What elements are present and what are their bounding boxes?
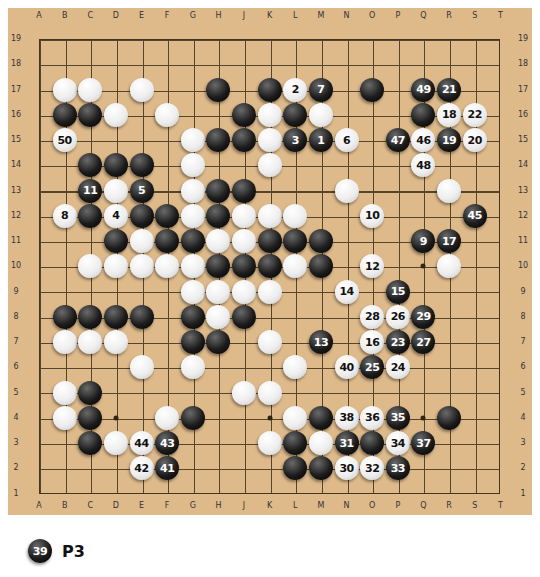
stone-O17 (360, 78, 384, 102)
row-label-right: 3 (520, 439, 525, 447)
column-label-top: E (139, 12, 144, 20)
stone-M11 (309, 229, 333, 253)
stone-G11 (181, 229, 205, 253)
stone-R17: 21 (437, 78, 461, 102)
row-label-right: 15 (518, 136, 528, 144)
column-label-top: S (472, 12, 477, 20)
stone-M3 (309, 431, 333, 455)
stone-E13: 5 (130, 179, 154, 203)
row-label-right: 11 (518, 237, 528, 245)
row-label-left: 14 (11, 161, 21, 169)
stone-O3 (360, 431, 384, 455)
stone-G13 (181, 179, 205, 203)
stone-K14 (258, 153, 282, 177)
stone-H10 (206, 254, 230, 278)
row-label-left: 10 (11, 262, 21, 270)
caption-move-number: 39 (33, 545, 47, 558)
stone-K17 (258, 78, 282, 102)
stone-J5 (232, 381, 256, 405)
stone-N4: 38 (335, 406, 359, 430)
stone-O6: 25 (360, 355, 384, 379)
column-label-bottom: F (165, 502, 170, 510)
column-label-bottom: A (36, 502, 41, 510)
stone-O2: 32 (360, 456, 384, 480)
stone-K15 (258, 128, 282, 152)
row-label-right: 6 (520, 363, 525, 371)
stone-C4 (78, 406, 102, 430)
stone-O7: 16 (360, 330, 384, 354)
stone-B16 (53, 103, 77, 127)
row-label-right: 7 (520, 338, 525, 346)
stone-G14 (181, 153, 205, 177)
stone-G6 (181, 355, 205, 379)
stone-K12 (258, 204, 282, 228)
stone-L3 (283, 431, 307, 455)
column-label-top: L (293, 12, 297, 20)
stone-G7 (181, 330, 205, 354)
column-label-bottom: Q (420, 502, 426, 510)
row-label-right: 10 (518, 262, 528, 270)
row-label-right: 12 (518, 212, 528, 220)
stone-S12: 45 (463, 204, 487, 228)
stone-H15 (206, 128, 230, 152)
column-label-top: Q (420, 12, 426, 20)
row-label-left: 6 (13, 363, 18, 371)
stone-N2: 30 (335, 456, 359, 480)
stone-G9 (181, 280, 205, 304)
column-label-top: P (395, 12, 400, 20)
column-label-bottom: D (113, 502, 119, 510)
stone-D11 (104, 229, 128, 253)
stone-K9 (258, 280, 282, 304)
row-label-left: 7 (13, 338, 18, 346)
stone-E12 (130, 204, 154, 228)
stone-B4 (53, 406, 77, 430)
row-label-left: 9 (13, 288, 18, 296)
stone-G12 (181, 204, 205, 228)
column-label-top: O (369, 12, 375, 20)
stone-H8 (206, 305, 230, 329)
stone-C13: 11 (78, 179, 102, 203)
stone-L6 (283, 355, 307, 379)
row-label-left: 4 (13, 414, 18, 422)
column-label-bottom: H (215, 502, 221, 510)
column-label-bottom: S (472, 502, 477, 510)
column-label-top: D (113, 12, 119, 20)
caption-move-stone: 39 (28, 539, 52, 563)
row-label-left: 17 (11, 86, 21, 94)
stone-B8 (53, 305, 77, 329)
stone-F3: 43 (155, 431, 179, 455)
stone-J11 (232, 229, 256, 253)
stone-C5 (78, 381, 102, 405)
stone-G4 (181, 406, 205, 430)
column-label-top: A (36, 12, 41, 20)
stone-J10 (232, 254, 256, 278)
stone-S16: 22 (463, 103, 487, 127)
stone-D8 (104, 305, 128, 329)
row-label-right: 8 (520, 313, 525, 321)
stone-P2: 33 (386, 456, 410, 480)
stone-M17: 7 (309, 78, 333, 102)
stone-J13 (232, 179, 256, 203)
stone-L4 (283, 406, 307, 430)
row-label-right: 17 (518, 86, 528, 94)
stone-D7 (104, 330, 128, 354)
row-label-right: 19 (518, 35, 528, 43)
stone-K11 (258, 229, 282, 253)
column-label-bottom: E (139, 502, 144, 510)
caption-location: P3 (62, 542, 85, 561)
stone-E11 (130, 229, 154, 253)
column-label-bottom: G (190, 502, 196, 510)
stone-L10 (283, 254, 307, 278)
stone-B15: 50 (53, 128, 77, 152)
stone-D10 (104, 254, 128, 278)
stone-D3 (104, 431, 128, 455)
stone-B7 (53, 330, 77, 354)
column-label-top: C (87, 12, 93, 20)
go-diagram-page: AABBCCDDEEFFGGHHJJKKLLMMNNOOPPQQRRSSTT19… (0, 0, 540, 577)
stone-N3: 31 (335, 431, 359, 455)
stone-J12 (232, 204, 256, 228)
stone-M4 (309, 406, 333, 430)
stone-C8 (78, 305, 102, 329)
star-point-Q10 (421, 264, 426, 269)
column-label-bottom: R (446, 502, 452, 510)
column-label-bottom: N (344, 502, 350, 510)
stone-F12 (155, 204, 179, 228)
column-label-bottom: C (87, 502, 93, 510)
stone-L2 (283, 456, 307, 480)
row-label-left: 1 (13, 490, 18, 498)
row-label-right: 4 (520, 414, 525, 422)
star-point-D4 (113, 415, 118, 420)
stone-F10 (155, 254, 179, 278)
stone-P7: 23 (386, 330, 410, 354)
row-label-left: 12 (11, 212, 21, 220)
column-label-bottom: B (62, 502, 68, 510)
stone-D13 (104, 179, 128, 203)
row-label-left: 15 (11, 136, 21, 144)
row-label-left: 2 (13, 464, 18, 472)
stone-E17 (130, 78, 154, 102)
stone-L15: 3 (283, 128, 307, 152)
stone-D14 (104, 153, 128, 177)
stone-P15: 47 (386, 128, 410, 152)
stone-C14 (78, 153, 102, 177)
stone-D12: 4 (104, 204, 128, 228)
stone-N15: 6 (335, 128, 359, 152)
row-label-left: 5 (13, 389, 18, 397)
stone-Q11: 9 (411, 229, 435, 253)
row-label-right: 9 (520, 288, 525, 296)
stone-B17 (53, 78, 77, 102)
stone-H13 (206, 179, 230, 203)
stone-G8 (181, 305, 205, 329)
stone-H11 (206, 229, 230, 253)
column-label-top: J (243, 12, 245, 20)
stone-L16 (283, 103, 307, 127)
row-label-right: 16 (518, 111, 528, 119)
stone-L11 (283, 229, 307, 253)
stone-O4: 36 (360, 406, 384, 430)
stone-K10 (258, 254, 282, 278)
stone-Q7: 27 (411, 330, 435, 354)
stone-R11: 17 (437, 229, 461, 253)
stone-M16 (309, 103, 333, 127)
stone-C10 (78, 254, 102, 278)
row-label-left: 19 (11, 35, 21, 43)
column-label-top: T (498, 12, 503, 20)
stone-H17 (206, 78, 230, 102)
stone-N13 (335, 179, 359, 203)
stone-E10 (130, 254, 154, 278)
row-label-right: 14 (518, 161, 528, 169)
stone-S15: 20 (463, 128, 487, 152)
stone-N9: 14 (335, 280, 359, 304)
stone-Q16 (411, 103, 435, 127)
column-label-bottom: O (369, 502, 375, 510)
stone-Q8: 29 (411, 305, 435, 329)
column-label-bottom: L (293, 502, 297, 510)
stone-P8: 26 (386, 305, 410, 329)
column-label-bottom: K (267, 502, 272, 510)
stone-F4 (155, 406, 179, 430)
stone-Q17: 49 (411, 78, 435, 102)
stone-L17: 2 (283, 78, 307, 102)
row-label-right: 1 (520, 490, 525, 498)
stone-B5 (53, 381, 77, 405)
stone-R16: 18 (437, 103, 461, 127)
stone-G10 (181, 254, 205, 278)
column-label-top: N (344, 12, 350, 20)
stone-G15 (181, 128, 205, 152)
stone-K3 (258, 431, 282, 455)
row-label-left: 18 (11, 60, 21, 68)
column-label-bottom: T (498, 502, 503, 510)
stone-E3: 44 (130, 431, 154, 455)
stone-H12 (206, 204, 230, 228)
stone-M10 (309, 254, 333, 278)
column-label-bottom: J (243, 502, 245, 510)
stone-H7 (206, 330, 230, 354)
stone-R10 (437, 254, 461, 278)
stone-K16 (258, 103, 282, 127)
row-label-right: 13 (518, 187, 528, 195)
stone-P9: 15 (386, 280, 410, 304)
stone-J9 (232, 280, 256, 304)
stone-F11 (155, 229, 179, 253)
stone-F16 (155, 103, 179, 127)
stone-E6 (130, 355, 154, 379)
stone-K7 (258, 330, 282, 354)
stone-B12: 8 (53, 204, 77, 228)
stone-O8: 28 (360, 305, 384, 329)
stone-C7 (78, 330, 102, 354)
stone-P6: 24 (386, 355, 410, 379)
stone-E14 (130, 153, 154, 177)
stone-C17 (78, 78, 102, 102)
stone-J8 (232, 305, 256, 329)
row-label-left: 13 (11, 187, 21, 195)
column-label-top: K (267, 12, 272, 20)
go-board: AABBCCDDEEFFGGHHJJKKLLMMNNOOPPQQRRSSTT19… (8, 8, 532, 515)
stone-J16 (232, 103, 256, 127)
column-label-top: R (446, 12, 452, 20)
stone-L12 (283, 204, 307, 228)
stone-H9 (206, 280, 230, 304)
stone-P4: 35 (386, 406, 410, 430)
stone-C3 (78, 431, 102, 455)
column-label-top: F (165, 12, 170, 20)
stone-R13 (437, 179, 461, 203)
stone-O12: 10 (360, 204, 384, 228)
row-label-right: 18 (518, 60, 528, 68)
row-label-right: 2 (520, 464, 525, 472)
stone-M15: 1 (309, 128, 333, 152)
row-label-left: 16 (11, 111, 21, 119)
column-label-bottom: P (395, 502, 400, 510)
row-label-left: 8 (13, 313, 18, 321)
stone-M2 (309, 456, 333, 480)
stone-R15: 19 (437, 128, 461, 152)
stone-N6: 40 (335, 355, 359, 379)
column-label-bottom: M (317, 502, 324, 510)
star-point-Q4 (421, 415, 426, 420)
stone-J15 (232, 128, 256, 152)
stone-M7: 13 (309, 330, 333, 354)
stone-C12 (78, 204, 102, 228)
stone-Q14: 48 (411, 153, 435, 177)
column-label-top: H (215, 12, 221, 20)
star-point-K4 (267, 415, 272, 420)
stone-E8 (130, 305, 154, 329)
column-label-top: M (317, 12, 324, 20)
stone-Q3: 37 (411, 431, 435, 455)
stone-F2: 41 (155, 456, 179, 480)
row-label-right: 5 (520, 389, 525, 397)
move-caption: 39 P3 (28, 538, 85, 564)
column-label-top: G (190, 12, 196, 20)
stone-O10: 12 (360, 254, 384, 278)
row-label-left: 11 (11, 237, 21, 245)
stone-C16 (78, 103, 102, 127)
row-label-left: 3 (13, 439, 18, 447)
stone-Q15: 46 (411, 128, 435, 152)
stone-P3: 34 (386, 431, 410, 455)
stone-K5 (258, 381, 282, 405)
stone-D16 (104, 103, 128, 127)
stone-R4 (437, 406, 461, 430)
column-label-top: B (62, 12, 68, 20)
stone-E2: 42 (130, 456, 154, 480)
